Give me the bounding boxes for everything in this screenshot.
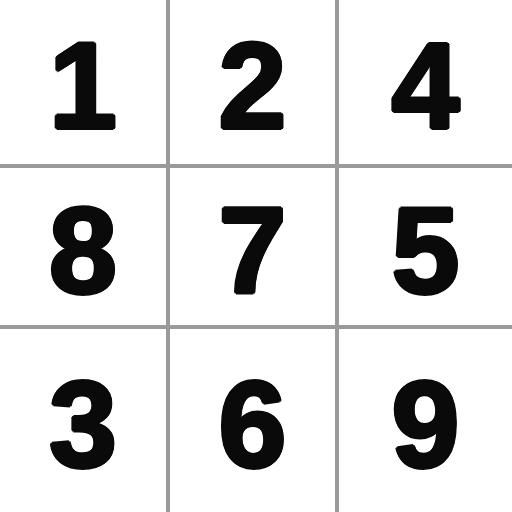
sudoku-board: 1 2 4 8 7 5 3 6 9 <box>0 0 512 512</box>
grid-cell-r3c3[interactable]: 9 <box>339 329 512 512</box>
grid-cell-r2c1[interactable]: 8 <box>0 168 166 325</box>
grid-cell-r1c1[interactable]: 1 <box>0 0 166 164</box>
grid-cell-r1c3[interactable]: 4 <box>339 0 512 164</box>
grid-cell-r1c2[interactable]: 2 <box>170 0 335 164</box>
grid-cell-r3c2[interactable]: 6 <box>170 329 335 512</box>
app-icon-canvas: 1 2 4 8 7 5 3 6 9 <box>0 0 512 512</box>
grid-cell-r3c1[interactable]: 3 <box>0 329 166 512</box>
grid-cell-r2c3[interactable]: 5 <box>339 168 512 325</box>
grid-cell-r2c2[interactable]: 7 <box>170 168 335 325</box>
